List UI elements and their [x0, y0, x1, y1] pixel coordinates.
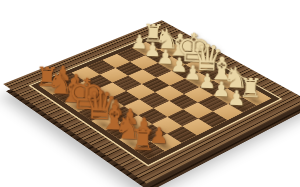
chess-set-product-photo: ♜♞♝♚♛♝♞♜♟♟♟♟♟♟♟♟♟♟♟♟♟♟♟♟♜♞♝♚♛♝♞♜	[0, 0, 300, 187]
piece-boxwood-pawn-a2: ♟	[211, 87, 261, 109]
chess-board: ♜♞♝♚♛♝♞♜♟♟♟♟♟♟♟♟♟♟♟♟♟♟♟♟♜♞♝♚♛♝♞♜	[3, 20, 300, 183]
board-perspective-wrapper: ♜♞♝♚♛♝♞♜♟♟♟♟♟♟♟♟♟♟♟♟♟♟♟♟♜♞♝♚♛♝♞♜	[0, 0, 300, 187]
maple-pinline-border: ♜♞♝♚♛♝♞♜♟♟♟♟♟♟♟♟♟♟♟♟♟♟♟♟♜♞♝♚♛♝♞♜	[28, 31, 282, 166]
square-a8: ♜	[134, 141, 165, 159]
square-c4	[169, 94, 198, 110]
board-field: ♜♞♝♚♛♝♞♜♟♟♟♟♟♟♟♟♟♟♟♟♟♟♟♟♜♞♝♚♛♝♞♜	[31, 32, 279, 164]
piece-rosewood-rook-a8: ♜	[116, 125, 170, 155]
